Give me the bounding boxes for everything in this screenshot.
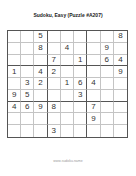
sudoku-cell-r2c5: 4 xyxy=(61,43,74,55)
sudoku-cell-r4c5 xyxy=(61,66,74,78)
sudoku-cell-r2c6 xyxy=(74,43,87,55)
sudoku-cell-r2c9 xyxy=(114,43,127,55)
sudoku-cell-r8c6 xyxy=(74,113,87,125)
sudoku-cell-r2c4 xyxy=(48,43,61,55)
sudoku-cell-r8c3 xyxy=(34,113,47,125)
sudoku-cell-r3c6: 1 xyxy=(74,55,87,67)
sudoku-cell-r4c8 xyxy=(101,66,114,78)
sudoku-cell-r3c7 xyxy=(87,55,100,67)
page-title: Sudoku, Easy (Puzzle #A207) xyxy=(0,12,136,18)
sudoku-cell-r2c8: 9 xyxy=(101,43,114,55)
sudoku-cell-r5c2: 3 xyxy=(21,78,34,90)
sudoku-cell-r4c9: 9 xyxy=(114,66,127,78)
sudoku-cell-r9c3 xyxy=(34,125,47,137)
sudoku-cell-r7c3: 9 xyxy=(34,102,47,114)
sudoku-cell-r7c8 xyxy=(101,102,114,114)
sudoku-cell-r5c9 xyxy=(114,78,127,90)
sudoku-cell-r1c4 xyxy=(48,31,61,43)
sudoku-cell-r5c6: 6 xyxy=(74,78,87,90)
sudoku-cell-r6c8 xyxy=(101,90,114,102)
sudoku-cell-r2c7 xyxy=(87,43,100,55)
sudoku-cell-r9c8 xyxy=(101,125,114,137)
sudoku-cell-r4c2 xyxy=(21,66,34,78)
sudoku-cell-r2c3: 8 xyxy=(34,43,47,55)
sudoku-cell-r7c5 xyxy=(61,102,74,114)
sudoku-cell-r1c8 xyxy=(101,31,114,43)
sudoku-cell-r7c9 xyxy=(114,102,127,114)
sudoku-cell-r5c4 xyxy=(48,78,61,90)
sudoku-cell-r5c5: 1 xyxy=(61,78,74,90)
sudoku-cell-r4c7 xyxy=(87,66,100,78)
sudoku-cell-r4c1: 1 xyxy=(8,66,21,78)
sudoku-cell-r5c3: 2 xyxy=(34,78,47,90)
sudoku-cell-r9c6 xyxy=(74,125,87,137)
sudoku-cell-r6c5 xyxy=(61,90,74,102)
sudoku-cell-r8c1 xyxy=(8,113,21,125)
sudoku-cell-r1c9: 8 xyxy=(114,31,127,43)
sudoku-cell-r9c5 xyxy=(61,125,74,137)
sudoku-page: Sudoku, Easy (Puzzle #A207) 588497164142… xyxy=(0,0,136,176)
sudoku-cell-r1c3: 5 xyxy=(34,31,47,43)
sudoku-cell-r2c1 xyxy=(8,43,21,55)
sudoku-cell-r7c6 xyxy=(74,102,87,114)
sudoku-cell-r3c4: 7 xyxy=(48,55,61,67)
sudoku-cell-r5c1 xyxy=(8,78,21,90)
sudoku-cell-r7c4: 8 xyxy=(48,102,61,114)
sudoku-cell-r8c4 xyxy=(48,113,61,125)
sudoku-cell-r8c9 xyxy=(114,113,127,125)
sudoku-cell-r5c8 xyxy=(101,78,114,90)
sudoku-grid: 5884971641429321649534698793 xyxy=(7,30,128,138)
sudoku-cell-r4c6 xyxy=(74,66,87,78)
sudoku-cell-r6c7 xyxy=(87,90,100,102)
sudoku-cell-r3c9: 4 xyxy=(114,55,127,67)
sudoku-cell-r6c9 xyxy=(114,90,127,102)
sudoku-cell-r7c7: 7 xyxy=(87,102,100,114)
sudoku-cell-r3c1 xyxy=(8,55,21,67)
sudoku-cell-r3c5 xyxy=(61,55,74,67)
sudoku-cell-r9c4: 3 xyxy=(48,125,61,137)
sudoku-cell-r7c1: 4 xyxy=(8,102,21,114)
sudoku-cell-r6c2: 5 xyxy=(21,90,34,102)
footer-watermark: www.sudoku.name xyxy=(0,159,136,163)
sudoku-cell-r3c8: 6 xyxy=(101,55,114,67)
sudoku-cell-r1c1 xyxy=(8,31,21,43)
sudoku-cell-r1c7 xyxy=(87,31,100,43)
sudoku-cell-r4c4: 2 xyxy=(48,66,61,78)
sudoku-cell-r9c1 xyxy=(8,125,21,137)
sudoku-cell-r6c4 xyxy=(48,90,61,102)
sudoku-cell-r6c3 xyxy=(34,90,47,102)
sudoku-cell-r8c2 xyxy=(21,113,34,125)
sudoku-cell-r2c2 xyxy=(21,43,34,55)
sudoku-cell-r8c5 xyxy=(61,113,74,125)
sudoku-cell-r3c2 xyxy=(21,55,34,67)
sudoku-cell-r1c2 xyxy=(21,31,34,43)
sudoku-cell-r6c6: 3 xyxy=(74,90,87,102)
sudoku-cell-r3c3 xyxy=(34,55,47,67)
sudoku-cell-r6c1: 9 xyxy=(8,90,21,102)
sudoku-cell-r4c3: 4 xyxy=(34,66,47,78)
sudoku-cell-r1c6 xyxy=(74,31,87,43)
sudoku-cell-r5c7: 4 xyxy=(87,78,100,90)
sudoku-cell-r9c2 xyxy=(21,125,34,137)
sudoku-cell-r7c2: 6 xyxy=(21,102,34,114)
sudoku-cell-r9c7 xyxy=(87,125,100,137)
sudoku-cell-r8c8 xyxy=(101,113,114,125)
sudoku-cell-r9c9 xyxy=(114,125,127,137)
sudoku-cell-r8c7: 9 xyxy=(87,113,100,125)
sudoku-cell-r1c5 xyxy=(61,31,74,43)
